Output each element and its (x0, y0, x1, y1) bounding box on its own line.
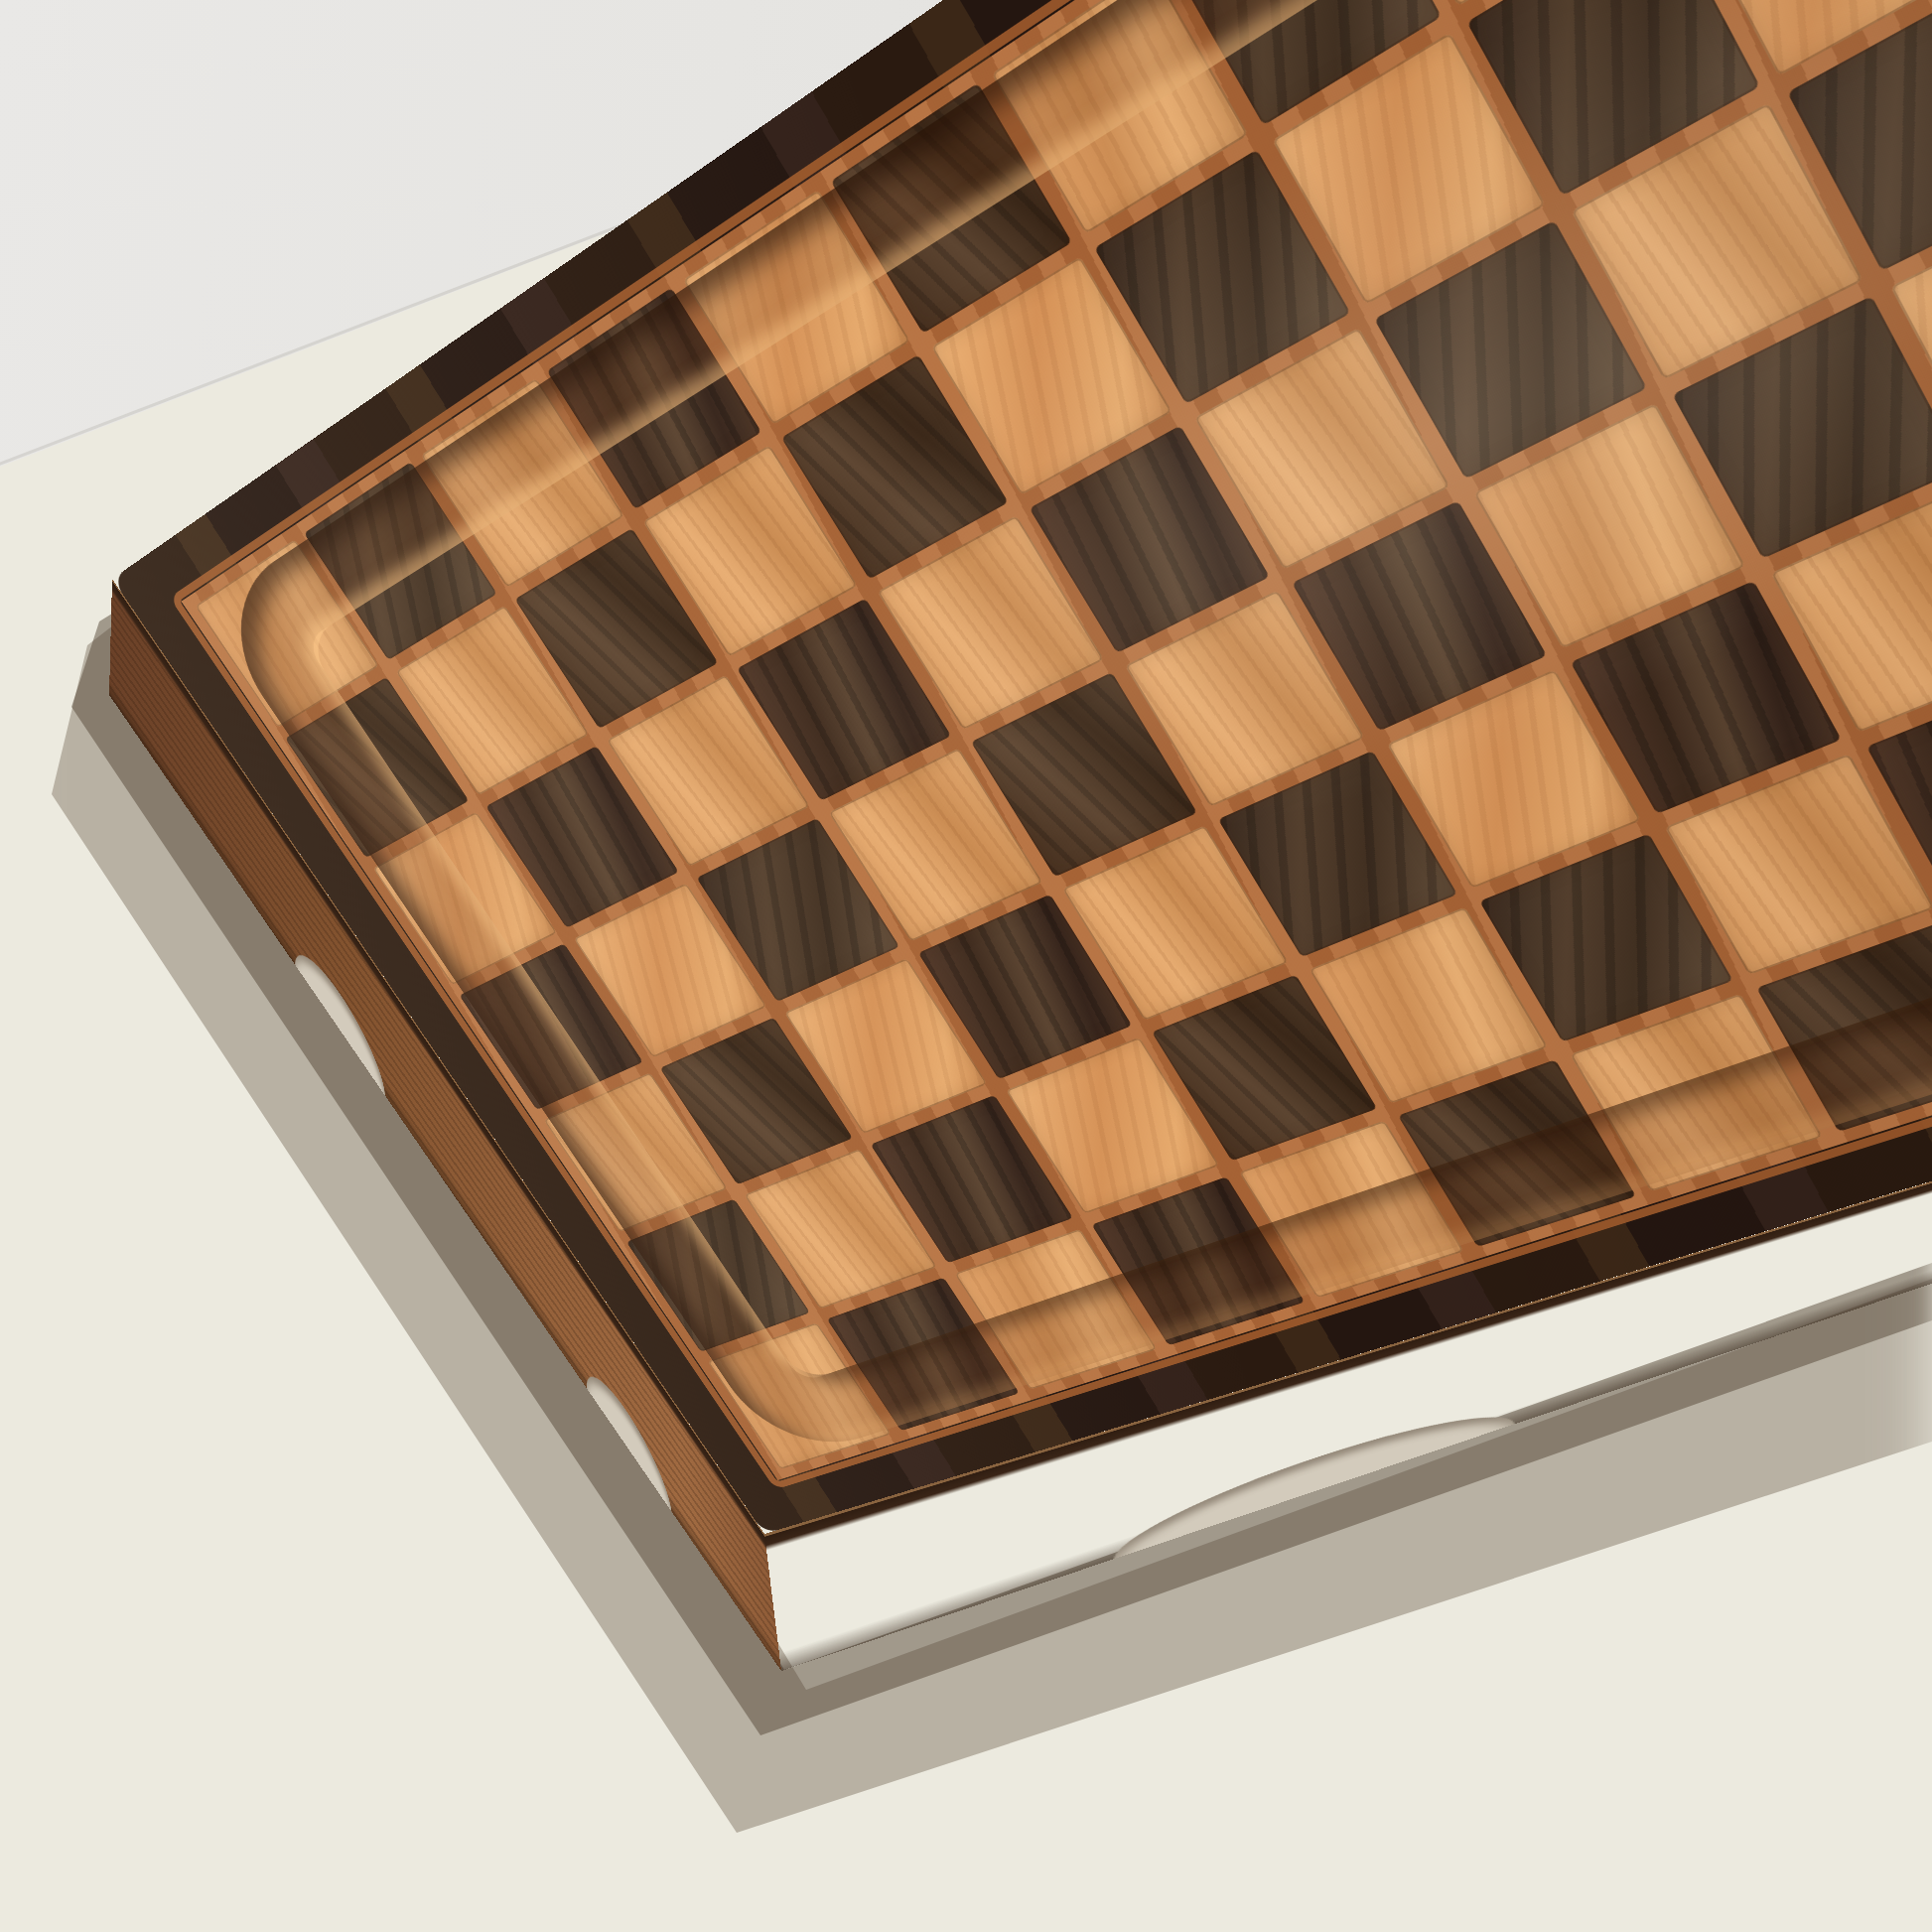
photo-scene (0, 0, 1932, 1932)
